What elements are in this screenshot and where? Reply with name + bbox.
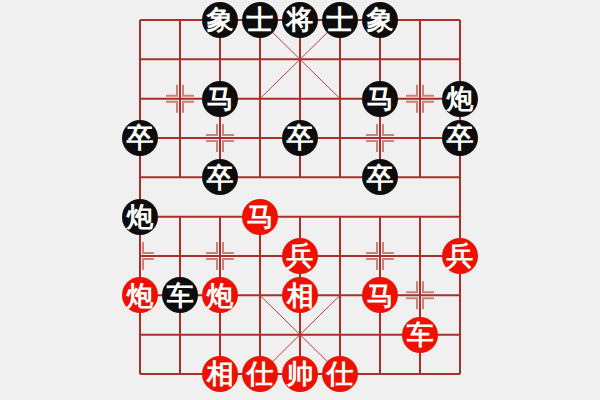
piece-black-elephant[interactable]: 象 [362, 2, 398, 38]
piece-black-pawn[interactable]: 卒 [282, 120, 318, 156]
piece-black-elephant[interactable]: 象 [202, 2, 238, 38]
piece-black-general[interactable]: 将 [282, 2, 318, 38]
piece-black-pawn[interactable]: 卒 [362, 159, 398, 195]
piece-red-advisor[interactable]: 仕 [322, 356, 358, 392]
piece-red-advisor[interactable]: 仕 [242, 356, 278, 392]
piece-red-elephant[interactable]: 相 [282, 277, 318, 313]
piece-black-horse[interactable]: 马 [362, 81, 398, 117]
piece-red-horse[interactable]: 马 [242, 199, 278, 235]
piece-red-general[interactable]: 帅 [282, 356, 318, 392]
piece-red-cannon[interactable]: 炮 [202, 277, 238, 313]
piece-black-pawn[interactable]: 卒 [122, 120, 158, 156]
piece-red-pawn[interactable]: 兵 [282, 238, 318, 274]
piece-black-cannon[interactable]: 炮 [122, 199, 158, 235]
piece-black-chariot[interactable]: 车 [162, 277, 198, 313]
piece-red-pawn[interactable]: 兵 [442, 238, 478, 274]
piece-black-advisor[interactable]: 士 [322, 2, 358, 38]
piece-red-elephant[interactable]: 相 [202, 356, 238, 392]
piece-red-chariot[interactable]: 车 [402, 317, 438, 353]
xiangqi-diagram: 象士将士象马马炮卒卒卒卒卒炮车马兵兵炮炮相马车相仕帅仕 [0, 0, 600, 400]
piece-black-horse[interactable]: 马 [202, 81, 238, 117]
xiangqi-board: 象士将士象马马炮卒卒卒卒卒炮车马兵兵炮炮相马车相仕帅仕 [120, 0, 480, 393]
piece-red-cannon[interactable]: 炮 [122, 277, 158, 313]
piece-black-pawn[interactable]: 卒 [202, 159, 238, 195]
piece-black-pawn[interactable]: 卒 [442, 120, 478, 156]
piece-black-cannon[interactable]: 炮 [442, 81, 478, 117]
piece-black-advisor[interactable]: 士 [242, 2, 278, 38]
piece-red-horse[interactable]: 马 [362, 277, 398, 313]
